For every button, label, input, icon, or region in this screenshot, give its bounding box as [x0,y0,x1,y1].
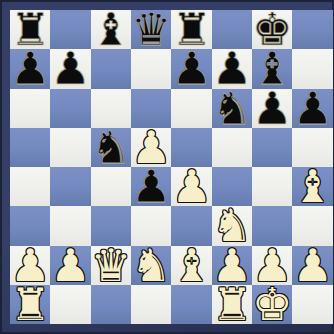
piece-white-king[interactable]: ♚ [252,285,292,324]
square-a1[interactable]: ♜ [10,285,50,324]
square-e6[interactable] [171,89,211,128]
square-e2[interactable]: ♝ [171,246,211,285]
square-b2[interactable]: ♟ [50,246,90,285]
chess-board-frame: ♜♝♛♜♚♟♟♟♟♝♞♟♟♞♟♟♟♝♞♟♟♛♞♝♟♟♟♜♜♚ [0,0,334,334]
square-d7[interactable] [131,49,171,88]
square-e1[interactable] [171,285,211,324]
square-f5[interactable] [212,128,252,167]
piece-black-pawn[interactable]: ♟ [10,49,50,88]
square-h2[interactable]: ♟ [292,246,332,285]
square-c4[interactable] [91,167,131,206]
square-b7[interactable]: ♟ [50,49,90,88]
square-d4[interactable]: ♟ [131,167,171,206]
piece-black-pawn[interactable]: ♟ [131,167,171,206]
square-e7[interactable]: ♟ [171,49,211,88]
piece-white-rook[interactable]: ♜ [10,285,50,324]
square-d1[interactable] [131,285,171,324]
piece-black-pawn[interactable]: ♟ [252,89,292,128]
square-d2[interactable]: ♞ [131,246,171,285]
piece-white-pawn[interactable]: ♟ [292,246,332,285]
piece-white-rook[interactable]: ♜ [212,285,252,324]
piece-black-pawn[interactable]: ♟ [292,89,332,128]
square-a5[interactable] [10,128,50,167]
piece-white-knight[interactable]: ♞ [131,246,171,285]
square-c1[interactable] [91,285,131,324]
piece-black-pawn[interactable]: ♟ [50,49,90,88]
piece-black-knight[interactable]: ♞ [212,89,252,128]
piece-black-queen[interactable]: ♛ [131,10,171,49]
square-e4[interactable]: ♟ [171,167,211,206]
square-f6[interactable]: ♞ [212,89,252,128]
square-c7[interactable] [91,49,131,88]
square-f1[interactable]: ♜ [212,285,252,324]
square-h1[interactable] [292,285,332,324]
square-b4[interactable] [50,167,90,206]
square-d8[interactable]: ♛ [131,10,171,49]
piece-black-knight[interactable]: ♞ [91,128,131,167]
square-h4[interactable]: ♝ [292,167,332,206]
square-b1[interactable] [50,285,90,324]
square-c8[interactable]: ♝ [91,10,131,49]
piece-white-bishop[interactable]: ♝ [171,246,211,285]
square-a7[interactable]: ♟ [10,49,50,88]
piece-black-pawn[interactable]: ♟ [171,49,211,88]
piece-white-pawn[interactable]: ♟ [50,246,90,285]
square-g6[interactable]: ♟ [252,89,292,128]
square-a4[interactable] [10,167,50,206]
square-c5[interactable]: ♞ [91,128,131,167]
piece-white-queen[interactable]: ♛ [91,246,131,285]
square-a6[interactable] [10,89,50,128]
square-g1[interactable]: ♚ [252,285,292,324]
square-b6[interactable] [50,89,90,128]
piece-black-bishop[interactable]: ♝ [91,10,131,49]
square-c2[interactable]: ♛ [91,246,131,285]
piece-white-bishop[interactable]: ♝ [292,167,332,206]
square-b5[interactable] [50,128,90,167]
piece-white-pawn[interactable]: ♟ [171,167,211,206]
square-g4[interactable] [252,167,292,206]
square-g5[interactable] [252,128,292,167]
chess-board: ♜♝♛♜♚♟♟♟♟♝♞♟♟♞♟♟♟♝♞♟♟♛♞♝♟♟♟♜♜♚ [10,10,324,324]
square-h6[interactable]: ♟ [292,89,332,128]
square-h8[interactable] [292,10,332,49]
